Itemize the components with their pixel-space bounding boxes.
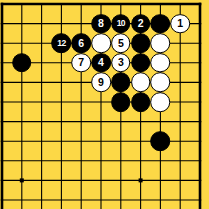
white-stone: 5: [111, 33, 131, 53]
move-number: 1: [177, 18, 183, 29]
move-number: 3: [118, 58, 124, 69]
black-stone: 4: [91, 53, 111, 73]
move-number: 4: [98, 58, 104, 69]
move-number: 5: [118, 38, 124, 49]
black-stone: [131, 33, 151, 53]
white-stone: [131, 73, 151, 93]
white-stone: [151, 33, 171, 53]
black-stone: 8: [91, 14, 111, 34]
white-stone: 7: [71, 53, 91, 73]
black-stone: [111, 73, 131, 93]
move-number: 9: [98, 77, 104, 88]
white-stone: 1: [170, 14, 190, 34]
black-stone: [131, 53, 151, 73]
stones-layer: 8102112657439: [0, 0, 209, 209]
black-stone: 6: [71, 33, 91, 53]
black-stone: 12: [52, 33, 72, 53]
black-stone: 2: [131, 14, 151, 34]
move-number: 10: [117, 19, 125, 28]
white-stone: [91, 33, 111, 53]
white-stone: [151, 92, 171, 112]
white-stone: [151, 53, 171, 73]
black-stone: [151, 14, 171, 34]
black-stone: [111, 92, 131, 112]
go-board-diagram: 8102112657439: [0, 0, 209, 209]
move-number: 7: [78, 58, 84, 69]
white-stone: 3: [111, 53, 131, 73]
white-stone: [151, 73, 171, 93]
black-stone: [12, 53, 32, 73]
move-number: 2: [138, 18, 144, 29]
move-number: 12: [57, 39, 65, 48]
white-stone: 9: [91, 73, 111, 93]
black-stone: [131, 92, 151, 112]
black-stone: [151, 131, 171, 151]
move-number: 8: [98, 18, 104, 29]
move-number: 6: [78, 38, 84, 49]
black-stone: 10: [111, 14, 131, 34]
